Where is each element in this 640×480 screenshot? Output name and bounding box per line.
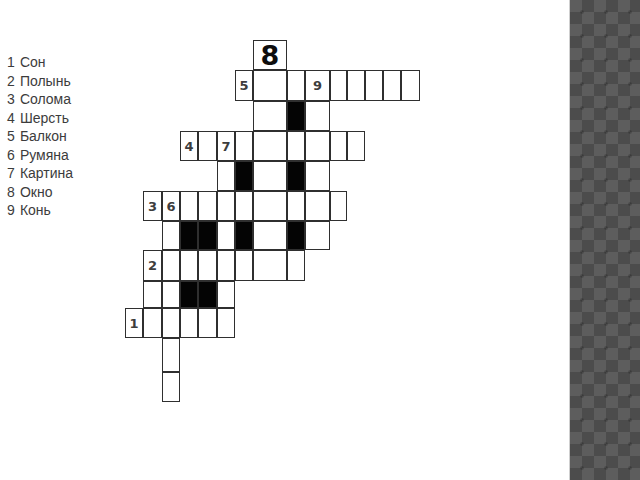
grid-cell-r12c3[interactable] [162,372,180,402]
crossword-grid: 859473621 [125,40,420,402]
black-cell-r7c7 [235,221,253,250]
black-cell-r5c7 [235,161,253,191]
grid-cell-r7c8[interactable] [253,221,287,250]
word-text: Балкон [16,128,67,144]
grid-cell-r4c12[interactable] [347,131,365,161]
word-text: Солома [16,91,71,107]
word-number: 8 [7,183,16,202]
grid-cell-r3c10[interactable] [305,101,330,131]
clue-number-1: 1 [129,317,138,330]
grid-cell-r3c8[interactable] [253,101,287,131]
grid-cell-r2c7[interactable]: 5 [235,70,253,101]
word-list: 1 Сон2 Полынь3 Солома4 Шерсть5 Балкон6 Р… [7,53,73,220]
grid-cell-r5c8[interactable] [253,161,287,191]
grid-cell-r6c7[interactable] [235,191,253,221]
word-number: 4 [7,109,16,128]
grid-cell-r8c6[interactable] [217,250,235,281]
grid-cell-r7c6[interactable] [217,221,235,250]
grid-cell-r9c6[interactable] [217,281,235,308]
clue-number-6: 6 [166,200,175,213]
word-list-item-6: 6 Румяна [7,146,73,165]
grid-cell-r6c10[interactable] [305,191,330,221]
grid-cell-r7c10[interactable] [305,221,330,250]
grid-cell-r6c4[interactable] [180,191,198,221]
grid-cell-r4c8[interactable] [253,131,287,161]
word-number: 5 [7,127,16,146]
grid-cell-r2c14[interactable] [383,70,401,101]
grid-cell-r4c9[interactable] [287,131,305,161]
grid-cell-r5c6[interactable] [217,161,235,191]
grid-cell-r6c3[interactable]: 6 [162,191,180,221]
slide: 1 Сон2 Полынь3 Солома4 Шерсть5 Балкон6 Р… [0,0,640,480]
grid-cell-r6c8[interactable] [253,191,287,221]
grid-cell-r8c5[interactable] [198,250,217,281]
grid-cell-r9c3[interactable] [162,281,180,308]
clue-number-4: 4 [184,140,193,153]
word-text: Полынь [16,73,71,89]
grid-cell-r8c2[interactable]: 2 [143,250,162,281]
grid-cell-r7c3[interactable] [162,221,180,250]
grid-cell-r10c1[interactable]: 1 [125,308,143,338]
grid-cell-r2c8[interactable] [253,70,287,101]
grid-cell-r2c13[interactable] [365,70,383,101]
word-list-item-4: 4 Шерсть [7,109,73,128]
grid-cell-r8c7[interactable] [235,250,253,281]
black-cell-r9c5 [198,281,217,308]
grid-cell-r4c11[interactable] [330,131,347,161]
word-text: Румяна [16,147,69,163]
word-list-item-9: 9 Конь [7,201,73,220]
word-text: Сон [16,54,46,70]
grid-cell-r2c11[interactable] [330,70,347,101]
word-list-item-8: 8 Окно [7,183,73,202]
grid-cell-r11c3[interactable] [162,338,180,372]
word-list-item-5: 5 Балкон [7,127,73,146]
word-list-item-2: 2 Полынь [7,72,73,91]
word-number: 3 [7,90,16,109]
word-number: 9 [7,201,16,220]
grid-cell-r6c5[interactable] [198,191,217,221]
grid-cell-r6c6[interactable] [217,191,235,221]
word-text: Картина [16,165,73,181]
black-cell-r9c4 [180,281,198,308]
grid-cell-r8c3[interactable] [162,250,180,281]
grid-cell-r4c7[interactable] [235,131,253,161]
word-number: 1 [7,53,16,72]
word-number: 7 [7,164,16,183]
black-cell-r7c5 [198,221,217,250]
grid-cell-r4c10[interactable] [305,131,330,161]
grid-cell-r2c15[interactable] [401,70,420,101]
word-number: 2 [7,72,16,91]
grid-cell-r10c3[interactable] [162,308,180,338]
grid-cell-r10c4[interactable] [180,308,198,338]
word-list-item-7: 7 Картина [7,164,73,183]
word-list-item-1: 1 Сон [7,53,73,72]
grid-cell-r10c5[interactable] [198,308,217,338]
black-cell-r5c9 [287,161,305,191]
grid-cell-r4c5[interactable] [198,131,217,161]
clue-number-3: 3 [148,200,157,213]
grid-cell-r2c9[interactable] [287,70,305,101]
word-text: Конь [16,202,51,218]
grid-cell-r5c10[interactable] [305,161,330,191]
word-number: 6 [7,146,16,165]
clue-number-8: 8 [261,42,280,69]
grid-cell-r9c2[interactable] [143,281,162,308]
grid-cell-r4c6[interactable]: 7 [217,131,235,161]
clue-number-9: 9 [313,79,322,92]
black-cell-r7c9 [287,221,305,250]
grid-cell-r6c2[interactable]: 3 [143,191,162,221]
grid-cell-r10c2[interactable] [143,308,162,338]
grid-cell-r10c6[interactable] [217,308,235,338]
clue-number-2: 2 [148,259,157,272]
grid-cell-r2c10[interactable]: 9 [305,70,330,101]
grid-cell-r8c4[interactable] [180,250,198,281]
clue-number-7: 7 [221,140,230,153]
grid-cell-r1c8[interactable]: 8 [253,40,287,70]
word-text: Шерсть [16,110,69,126]
grid-cell-r8c8[interactable] [253,250,287,281]
grid-cell-r8c9[interactable] [287,250,305,281]
word-list-item-3: 3 Солома [7,90,73,109]
grid-cell-r4c4[interactable]: 4 [180,131,198,161]
decorative-sidebar-pattern [569,0,640,480]
grid-cell-r2c12[interactable] [347,70,365,101]
clue-number-5: 5 [239,79,248,92]
word-text: Окно [16,184,52,200]
black-cell-r3c9 [287,101,305,131]
grid-cell-r6c11[interactable] [330,191,347,221]
black-cell-r7c4 [180,221,198,250]
grid-cell-r6c9[interactable] [287,191,305,221]
